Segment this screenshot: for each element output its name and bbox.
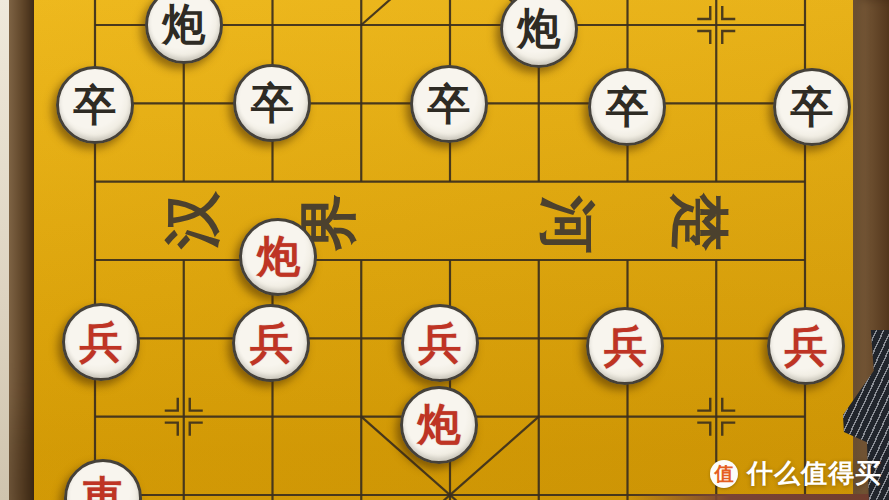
piece-character: 兵 (250, 322, 293, 365)
piece-character: 卒 (427, 83, 470, 126)
watermark: 值 什么值得买 (710, 456, 882, 491)
piece-red-soldier-f1r7[interactable]: 兵 (62, 303, 140, 381)
watermark-logo-icon: 值 (710, 460, 738, 488)
piece-black-soldier-f7r4[interactable]: 卒 (588, 68, 666, 146)
piece-character: 兵 (784, 325, 827, 368)
watermark-text: 什么值得买 (747, 456, 882, 491)
piece-character: 卒 (790, 86, 833, 129)
piece-character: 炮 (162, 3, 205, 46)
piece-black-soldier-f1r4[interactable]: 卒 (56, 66, 134, 144)
piece-red-cannon-f3r6[interactable]: 炮 (239, 218, 317, 296)
piece-black-soldier-f5r4[interactable]: 卒 (410, 65, 488, 143)
table-edge (624, 494, 889, 500)
piece-character: 兵 (79, 321, 122, 364)
xiangqi-photo-scene: 汉界河楚 炮炮卒卒卒卒卒炮兵兵兵兵兵炮車 值 什么值得买 (0, 0, 889, 500)
piece-character: 炮 (257, 235, 300, 278)
piece-black-cannon-f2r3[interactable]: 炮 (145, 0, 223, 64)
piece-character: 車 (81, 476, 124, 500)
pieces-grid: 炮炮卒卒卒卒卒炮兵兵兵兵兵炮車 (51, 0, 850, 500)
piece-black-soldier-f3r4[interactable]: 卒 (233, 64, 311, 142)
piece-red-soldier-f3r7[interactable]: 兵 (232, 304, 310, 382)
piece-character: 卒 (73, 84, 116, 127)
piece-character: 兵 (418, 322, 461, 365)
piece-character: 卒 (251, 82, 294, 125)
piece-character: 炮 (417, 403, 460, 446)
piece-black-soldier-f9r4[interactable]: 卒 (773, 68, 851, 146)
piece-red-soldier-f7r7[interactable]: 兵 (586, 307, 664, 385)
piece-character: 炮 (517, 7, 560, 50)
piece-black-cannon-f6r3[interactable]: 炮 (500, 0, 578, 68)
piece-red-soldier-f9r7[interactable]: 兵 (767, 307, 845, 385)
piece-red-cannon-f5r8[interactable]: 炮 (400, 386, 478, 464)
piece-character: 卒 (606, 86, 649, 129)
piece-red-chariot-f1r9[interactable]: 車 (64, 459, 142, 500)
piece-character: 兵 (604, 325, 647, 368)
piece-red-soldier-f5r7[interactable]: 兵 (401, 304, 479, 382)
